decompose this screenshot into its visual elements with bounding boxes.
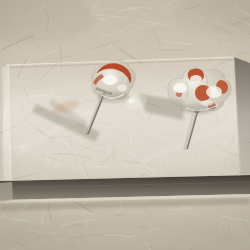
photo-canvas: [0, 0, 250, 250]
vignette-overlay: [0, 0, 250, 250]
photo-of-earrings-on-acrylic-block: [0, 0, 250, 250]
